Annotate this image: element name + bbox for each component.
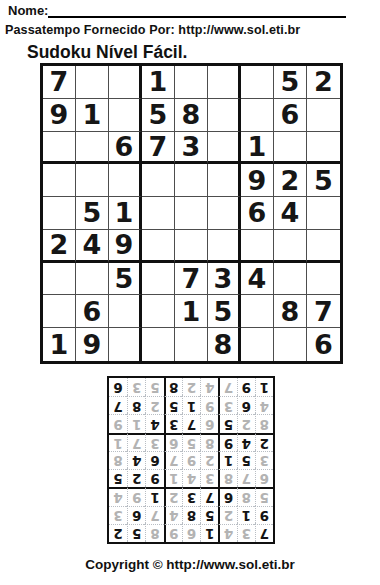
solution-cell-r8c1: 4 [255, 396, 273, 414]
solution-cell-r7c9: 9 [109, 414, 127, 432]
puzzle-cell-r1c2[interactable] [76, 66, 109, 99]
solution-cell-r5c3: 1 [218, 451, 236, 469]
solution-cell-r7c2: 2 [237, 414, 255, 432]
solution-cell-r6c1: 2 [255, 433, 273, 451]
puzzle-cell-r8c3[interactable] [109, 295, 142, 328]
solution-cell-r6c4: 8 [200, 433, 218, 451]
solution-cell-r4c3: 8 [218, 469, 236, 487]
puzzle-cell-r4c9: 5 [307, 164, 340, 197]
solution-cell-r4c7: 9 [145, 469, 163, 487]
solution-cell-r9c6: 8 [164, 378, 182, 396]
puzzle-cell-r8c5: 1 [175, 295, 208, 328]
solution-cell-r1c3: 4 [218, 524, 236, 542]
puzzle-cell-r1c4: 1 [142, 66, 175, 99]
solution-cell-r2c1: 9 [255, 506, 273, 524]
solution-cell-r1c6: 9 [164, 524, 182, 542]
solution-cell-r9c9: 6 [109, 378, 127, 396]
puzzle-cell-r5c9[interactable] [307, 197, 340, 230]
puzzle-cell-r6c4[interactable] [142, 230, 175, 263]
solution-cell-r6c5: 5 [182, 433, 200, 451]
puzzle-cell-r5c2: 5 [76, 197, 109, 230]
puzzle-cell-r4c8: 2 [274, 164, 307, 197]
puzzle-cell-r8c8: 8 [274, 295, 307, 328]
solution-cell-r4c2: 7 [237, 469, 255, 487]
puzzle-cell-r3c4: 7 [142, 132, 175, 165]
solution-cell-r7c5: 7 [182, 414, 200, 432]
puzzle-cell-r3c2[interactable] [76, 132, 109, 165]
puzzle-cell-r7c4[interactable] [142, 263, 175, 296]
solution-cell-r2c3: 2 [218, 506, 236, 524]
puzzle-cell-r6c6[interactable] [208, 230, 241, 263]
puzzle-cell-r3c5: 3 [175, 132, 208, 165]
puzzle-cell-r3c6[interactable] [208, 132, 241, 165]
puzzle-cell-r4c6[interactable] [208, 164, 241, 197]
puzzle-cell-r9c6: 8 [208, 328, 241, 361]
puzzle-cell-r7c7: 4 [241, 263, 274, 296]
solution-cell-r7c4: 6 [200, 414, 218, 432]
solution-cell-r9c2: 9 [237, 378, 255, 396]
solution-cell-r6c3: 9 [218, 433, 236, 451]
solution-cell-r2c7: 7 [145, 506, 163, 524]
solution-cell-r6c2: 4 [237, 433, 255, 451]
puzzle-cell-r1c3[interactable] [109, 66, 142, 99]
puzzle-cell-r5c4[interactable] [142, 197, 175, 230]
solution-cell-r5c9: 8 [109, 451, 127, 469]
solution-cell-r6c8: 7 [127, 433, 145, 451]
solution-cell-r1c5: 6 [182, 524, 200, 542]
puzzle-cell-r6c9[interactable] [307, 230, 340, 263]
solution-cell-r7c6: 3 [164, 414, 182, 432]
puzzle-cell-r2c1: 9 [43, 99, 76, 132]
puzzle-cell-r3c9[interactable] [307, 132, 340, 165]
puzzle-cell-r8c7[interactable] [241, 295, 274, 328]
puzzle-cell-r9c1: 1 [43, 328, 76, 361]
puzzle-cell-r7c9[interactable] [307, 263, 340, 296]
puzzle-cell-r5c7: 6 [241, 197, 274, 230]
puzzle-cell-r2c9[interactable] [307, 99, 340, 132]
puzzle-cell-r7c3: 5 [109, 263, 142, 296]
puzzle-cell-r8c6: 5 [208, 295, 241, 328]
solution-cell-r4c1: 6 [255, 469, 273, 487]
copyright-text: Copyright © http://www.sol.eti.br [0, 557, 380, 572]
solution-cell-r5c2: 5 [237, 451, 255, 469]
puzzle-cell-r4c1[interactable] [43, 164, 76, 197]
solution-cell-r2c9: 3 [109, 506, 127, 524]
solution-cell-r3c7: 1 [145, 487, 163, 505]
puzzle-cell-r4c7: 9 [241, 164, 274, 197]
puzzle-cell-r3c3: 6 [109, 132, 142, 165]
puzzle-cell-r7c5: 7 [175, 263, 208, 296]
puzzle-cell-r9c5[interactable] [175, 328, 208, 361]
puzzle-cell-r2c2: 1 [76, 99, 109, 132]
puzzle-grid: 715291586673192551642495734615871986 [40, 63, 343, 364]
name-label: Nome: [8, 3, 48, 18]
solution-cell-r9c3: 7 [218, 378, 236, 396]
solution-cell-r2c4: 5 [200, 506, 218, 524]
puzzle-cell-r1c8: 5 [274, 66, 307, 99]
puzzle-cell-r5c1[interactable] [43, 197, 76, 230]
puzzle-cell-r9c2: 9 [76, 328, 109, 361]
solution-cell-r2c8: 6 [127, 506, 145, 524]
puzzle-cell-r8c9: 7 [307, 295, 340, 328]
solution-cell-r3c3: 6 [218, 487, 236, 505]
solution-cell-r3c6: 2 [164, 487, 182, 505]
solution-cell-r1c7: 8 [145, 524, 163, 542]
solution-cell-r5c7: 6 [145, 451, 163, 469]
solution-cell-r8c2: 6 [237, 396, 255, 414]
puzzle-cell-r5c8: 4 [274, 197, 307, 230]
solution-cell-r3c4: 7 [200, 487, 218, 505]
puzzle-cell-r9c4[interactable] [142, 328, 175, 361]
puzzle-cell-r2c5: 8 [175, 99, 208, 132]
solution-cell-r3c2: 8 [237, 487, 255, 505]
solution-cell-r7c7: 4 [145, 414, 163, 432]
solution-cell-r9c4: 4 [200, 378, 218, 396]
solution-cell-r7c1: 8 [255, 414, 273, 432]
solution-cell-r9c8: 3 [127, 378, 145, 396]
solution-cell-r5c1: 3 [255, 451, 273, 469]
puzzle-cell-r2c6[interactable] [208, 99, 241, 132]
puzzle-cell-r9c3[interactable] [109, 328, 142, 361]
puzzle-cell-r2c7[interactable] [241, 99, 274, 132]
puzzle-cell-r4c3[interactable] [109, 164, 142, 197]
puzzle-cell-r7c8[interactable] [274, 263, 307, 296]
solution-cell-r2c2: 1 [237, 506, 255, 524]
solution-cell-r6c9: 1 [109, 433, 127, 451]
puzzle-cell-r7c2[interactable] [76, 263, 109, 296]
solution-cell-r2c5: 8 [182, 506, 200, 524]
solution-cell-r2c6: 4 [164, 506, 182, 524]
puzzle-cell-r1c9: 2 [307, 66, 340, 99]
page-title: Sudoku Nível Fácil. [27, 42, 187, 63]
solution-cell-r4c8: 2 [127, 469, 145, 487]
name-row: Nome: [8, 3, 346, 18]
solution-cell-r3c5: 3 [182, 487, 200, 505]
puzzle-cell-r6c7[interactable] [241, 230, 274, 263]
solution-cell-r9c7: 5 [145, 378, 163, 396]
solution-cell-r3c8: 9 [127, 487, 145, 505]
name-blank-line[interactable] [48, 3, 346, 18]
solution-cell-r8c4: 9 [200, 396, 218, 414]
solution-cell-r8c7: 2 [145, 396, 163, 414]
solution-cell-r3c9: 4 [109, 487, 127, 505]
solution-cell-r1c8: 5 [127, 524, 145, 542]
solution-grid-upside-down: 7341698529125847635867321946783419253512… [107, 376, 275, 544]
solution-cell-r4c5: 4 [182, 469, 200, 487]
puzzle-cell-r7c1[interactable] [43, 263, 76, 296]
solution-cell-r5c6: 7 [164, 451, 182, 469]
puzzle-cell-r3c1[interactable] [43, 132, 76, 165]
puzzle-cell-r7c6: 3 [208, 263, 241, 296]
puzzle-cell-r3c8[interactable] [274, 132, 307, 165]
solution-cell-r6c7: 3 [145, 433, 163, 451]
solution-cell-r8c9: 7 [109, 396, 127, 414]
solution-cell-r1c4: 1 [200, 524, 218, 542]
solution-cell-r4c9: 5 [109, 469, 127, 487]
puzzle-cell-r2c8: 6 [274, 99, 307, 132]
solution-cell-r5c4: 2 [200, 451, 218, 469]
puzzle-cell-r5c6[interactable] [208, 197, 241, 230]
puzzle-cell-r3c7: 1 [241, 132, 274, 165]
solution-cell-r4c6: 1 [164, 469, 182, 487]
solution-cell-r3c1: 5 [255, 487, 273, 505]
solution-cell-r8c5: 1 [182, 396, 200, 414]
solution-cell-r7c8: 1 [127, 414, 145, 432]
solution-cell-r1c9: 2 [109, 524, 127, 542]
puzzle-cell-r5c5[interactable] [175, 197, 208, 230]
puzzle-cell-r1c6[interactable] [208, 66, 241, 99]
solution-cell-r4c4: 3 [200, 469, 218, 487]
puzzle-cell-r9c9: 6 [307, 328, 340, 361]
solution-cell-r8c8: 8 [127, 396, 145, 414]
solution-cell-r8c6: 5 [164, 396, 182, 414]
puzzle-cell-r5c3: 1 [109, 197, 142, 230]
puzzle-cell-r6c3: 9 [109, 230, 142, 263]
puzzle-cell-r4c4[interactable] [142, 164, 175, 197]
solution-cell-r7c3: 5 [218, 414, 236, 432]
puzzle-cell-r2c4: 5 [142, 99, 175, 132]
puzzle-cell-r8c4[interactable] [142, 295, 175, 328]
solution-cell-r1c1: 7 [255, 524, 273, 542]
puzzle-cell-r9c7[interactable] [241, 328, 274, 361]
solution-cell-r1c2: 3 [237, 524, 255, 542]
solution-cell-r8c3: 3 [218, 396, 236, 414]
puzzle-cell-r6c1: 2 [43, 230, 76, 263]
puzzle-cell-r6c5[interactable] [175, 230, 208, 263]
solution-cell-r5c5: 9 [182, 451, 200, 469]
puzzle-cell-r1c1: 7 [43, 66, 76, 99]
puzzle-cell-r2c3[interactable] [109, 99, 142, 132]
puzzle-cell-r6c8[interactable] [274, 230, 307, 263]
puzzle-cell-r1c5[interactable] [175, 66, 208, 99]
puzzle-cell-r6c2: 4 [76, 230, 109, 263]
puzzle-cell-r1c7[interactable] [241, 66, 274, 99]
solution-cell-r5c8: 4 [127, 451, 145, 469]
puzzle-cell-r8c1[interactable] [43, 295, 76, 328]
puzzle-cell-r4c2[interactable] [76, 164, 109, 197]
puzzle-cell-r9c8[interactable] [274, 328, 307, 361]
solution-cell-r6c6: 6 [164, 433, 182, 451]
provider-line: Passatempo Fornecido Por: http://www.sol… [5, 23, 377, 37]
puzzle-cell-r4c5[interactable] [175, 164, 208, 197]
sudoku-worksheet-page: Nome: Passatempo Fornecido Por: http://w… [0, 0, 380, 585]
solution-cell-r9c5: 2 [182, 378, 200, 396]
solution-cell-r9c1: 1 [255, 378, 273, 396]
puzzle-cell-r8c2: 6 [76, 295, 109, 328]
